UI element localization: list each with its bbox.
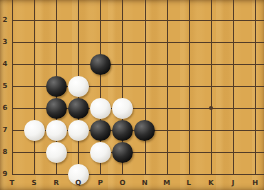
black-stone-P4[interactable] <box>90 54 111 75</box>
black-stone-P7[interactable] <box>90 120 111 141</box>
star-point-K6 <box>209 106 213 110</box>
column-label-T: T <box>6 179 18 187</box>
white-stone-Q7[interactable] <box>68 120 89 141</box>
row-label-3: 3 <box>0 38 10 46</box>
black-stone-R6[interactable] <box>46 98 67 119</box>
row-label-4: 4 <box>0 60 10 68</box>
column-label-K: K <box>205 179 217 187</box>
white-stone-R7[interactable] <box>46 120 67 141</box>
column-label-S: S <box>28 179 40 187</box>
column-label-Q: Q <box>72 179 84 187</box>
black-stone-Q6[interactable] <box>68 98 89 119</box>
row-label-8: 8 <box>0 148 10 156</box>
column-label-N: N <box>139 179 151 187</box>
go-board-diagram: 23456789 TSRQPONMLKJH <box>0 0 264 190</box>
white-stone-P8[interactable] <box>90 142 111 163</box>
column-label-J: J <box>227 179 239 187</box>
row-label-9: 9 <box>0 170 10 178</box>
black-stone-N7[interactable] <box>134 120 155 141</box>
row-label-2: 2 <box>0 16 10 24</box>
column-label-P: P <box>94 179 106 187</box>
row-label-5: 5 <box>0 82 10 90</box>
white-stone-R8[interactable] <box>46 142 67 163</box>
white-stone-Q5[interactable] <box>68 76 89 97</box>
column-label-R: R <box>50 179 62 187</box>
white-stone-P6[interactable] <box>90 98 111 119</box>
black-stone-O7[interactable] <box>112 120 133 141</box>
column-label-L: L <box>183 179 195 187</box>
column-label-O: O <box>117 179 129 187</box>
white-stone-S7[interactable] <box>24 120 45 141</box>
row-label-7: 7 <box>0 126 10 134</box>
row-label-6: 6 <box>0 104 10 112</box>
black-stone-R5[interactable] <box>46 76 67 97</box>
black-stone-O8[interactable] <box>112 142 133 163</box>
column-label-M: M <box>161 179 173 187</box>
white-stone-O6[interactable] <box>112 98 133 119</box>
column-label-H: H <box>249 179 261 187</box>
